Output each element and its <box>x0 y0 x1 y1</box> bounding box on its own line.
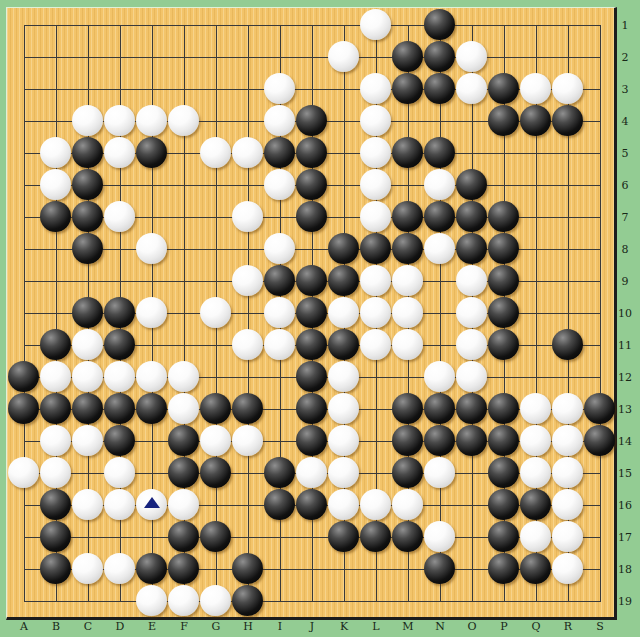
board-cell[interactable] <box>232 265 264 297</box>
board-cell[interactable] <box>584 393 616 425</box>
white-stone[interactable] <box>264 297 295 328</box>
black-stone[interactable] <box>488 105 519 136</box>
board-cell[interactable] <box>456 489 488 521</box>
board-cell[interactable] <box>424 41 456 73</box>
black-stone[interactable] <box>72 201 103 232</box>
black-stone[interactable] <box>488 521 519 552</box>
board-cell[interactable] <box>392 105 424 137</box>
board-cell[interactable] <box>264 489 296 521</box>
board-cell[interactable] <box>392 41 424 73</box>
board-cell[interactable] <box>232 41 264 73</box>
board-cell[interactable] <box>104 137 136 169</box>
board-cell[interactable] <box>136 457 168 489</box>
board-cell[interactable] <box>72 521 104 553</box>
board-cell[interactable] <box>488 521 520 553</box>
board-cell[interactable] <box>296 201 328 233</box>
black-stone[interactable] <box>424 137 455 168</box>
board-cell[interactable] <box>488 105 520 137</box>
board-cell[interactable] <box>8 169 40 201</box>
board-cell[interactable] <box>40 553 72 585</box>
board-cell[interactable] <box>328 297 360 329</box>
board-cell[interactable] <box>8 393 40 425</box>
board-cell[interactable] <box>456 585 488 617</box>
white-stone[interactable] <box>136 297 167 328</box>
white-stone[interactable] <box>104 105 135 136</box>
board-cell[interactable] <box>296 41 328 73</box>
board-cell[interactable] <box>72 297 104 329</box>
board-cell[interactable] <box>584 105 616 137</box>
board-cell[interactable] <box>40 329 72 361</box>
board-cell[interactable] <box>168 297 200 329</box>
board-cell[interactable] <box>264 457 296 489</box>
white-stone[interactable] <box>552 553 583 584</box>
board-cell[interactable] <box>360 393 392 425</box>
white-stone[interactable] <box>72 361 103 392</box>
board-cell[interactable] <box>584 73 616 105</box>
black-stone[interactable] <box>328 521 359 552</box>
board-cell[interactable] <box>392 553 424 585</box>
white-stone[interactable] <box>360 489 391 520</box>
white-stone[interactable] <box>456 41 487 72</box>
black-stone[interactable] <box>392 233 423 264</box>
black-stone[interactable] <box>520 105 551 136</box>
board-cell[interactable] <box>40 297 72 329</box>
board-cell[interactable] <box>584 521 616 553</box>
white-stone[interactable] <box>360 297 391 328</box>
black-stone[interactable] <box>200 521 231 552</box>
board-cell[interactable] <box>232 9 264 41</box>
board-cell[interactable] <box>200 425 232 457</box>
board-cell[interactable] <box>520 393 552 425</box>
board-cell[interactable] <box>104 489 136 521</box>
board-cell[interactable] <box>8 265 40 297</box>
black-stone[interactable] <box>168 521 199 552</box>
board-cell[interactable] <box>8 521 40 553</box>
black-stone[interactable] <box>488 553 519 584</box>
board-cell[interactable] <box>104 553 136 585</box>
black-stone[interactable] <box>8 393 39 424</box>
board-cell[interactable] <box>392 9 424 41</box>
white-stone[interactable] <box>136 233 167 264</box>
black-stone[interactable] <box>40 201 71 232</box>
black-stone[interactable] <box>392 521 423 552</box>
white-stone[interactable] <box>360 105 391 136</box>
board-cell[interactable] <box>264 9 296 41</box>
board-cell[interactable] <box>168 105 200 137</box>
white-stone[interactable] <box>424 169 455 200</box>
board-cell[interactable] <box>520 425 552 457</box>
black-stone[interactable] <box>392 41 423 72</box>
white-stone[interactable] <box>168 393 199 424</box>
board-cell[interactable] <box>456 265 488 297</box>
black-stone[interactable] <box>488 297 519 328</box>
board-cell[interactable] <box>40 169 72 201</box>
black-stone[interactable] <box>488 457 519 488</box>
board-cell[interactable] <box>520 169 552 201</box>
board-cell[interactable] <box>328 233 360 265</box>
board-cell[interactable] <box>72 169 104 201</box>
board-cell[interactable] <box>424 265 456 297</box>
black-stone[interactable] <box>424 425 455 456</box>
board-cell[interactable] <box>328 137 360 169</box>
board-cell[interactable] <box>40 9 72 41</box>
black-stone[interactable] <box>296 489 327 520</box>
board-cell[interactable] <box>360 73 392 105</box>
board-cell[interactable] <box>104 9 136 41</box>
black-stone[interactable] <box>328 329 359 360</box>
black-stone[interactable] <box>72 233 103 264</box>
board-cell[interactable] <box>296 297 328 329</box>
board-cell[interactable] <box>584 265 616 297</box>
white-stone[interactable] <box>328 425 359 456</box>
board-cell[interactable] <box>488 201 520 233</box>
black-stone[interactable] <box>488 489 519 520</box>
board-cell[interactable] <box>584 137 616 169</box>
board-cell[interactable] <box>424 329 456 361</box>
board-cell[interactable] <box>328 329 360 361</box>
board-cell[interactable] <box>520 265 552 297</box>
black-stone[interactable] <box>424 41 455 72</box>
board-cell[interactable] <box>328 9 360 41</box>
board-cell[interactable] <box>552 329 584 361</box>
board-cell[interactable] <box>488 265 520 297</box>
board-cell[interactable] <box>104 393 136 425</box>
board-cell[interactable] <box>232 233 264 265</box>
board-cell[interactable] <box>296 265 328 297</box>
board-cell[interactable] <box>232 329 264 361</box>
black-stone[interactable] <box>488 73 519 104</box>
board-cell[interactable] <box>392 297 424 329</box>
board-cell[interactable] <box>104 425 136 457</box>
black-stone[interactable] <box>296 297 327 328</box>
board-cell[interactable] <box>136 297 168 329</box>
board-cell[interactable] <box>104 265 136 297</box>
board-cell[interactable] <box>168 361 200 393</box>
board-cell[interactable] <box>296 105 328 137</box>
board-cell[interactable] <box>72 73 104 105</box>
black-stone[interactable] <box>104 425 135 456</box>
black-stone[interactable] <box>264 137 295 168</box>
black-stone[interactable] <box>392 425 423 456</box>
board-cell[interactable] <box>424 489 456 521</box>
white-stone[interactable] <box>232 265 263 296</box>
board-cell[interactable] <box>104 297 136 329</box>
board-cell[interactable] <box>488 137 520 169</box>
board-cell[interactable] <box>40 201 72 233</box>
board-cell[interactable] <box>456 297 488 329</box>
black-stone[interactable] <box>488 393 519 424</box>
white-stone[interactable] <box>424 361 455 392</box>
board-cell[interactable] <box>72 41 104 73</box>
black-stone[interactable] <box>72 297 103 328</box>
board-cell[interactable] <box>8 41 40 73</box>
board-cell[interactable] <box>360 489 392 521</box>
board-cell[interactable] <box>168 489 200 521</box>
board-cell[interactable] <box>488 393 520 425</box>
board-cell[interactable] <box>424 297 456 329</box>
board-cell[interactable] <box>72 585 104 617</box>
board-cell[interactable] <box>424 361 456 393</box>
board-cell[interactable] <box>584 201 616 233</box>
black-stone[interactable] <box>552 329 583 360</box>
black-stone[interactable] <box>392 73 423 104</box>
board-cell[interactable] <box>520 457 552 489</box>
board-cell[interactable] <box>488 233 520 265</box>
board-cell[interactable] <box>360 137 392 169</box>
board-cell[interactable] <box>232 169 264 201</box>
board-cell[interactable] <box>392 169 424 201</box>
white-stone[interactable] <box>200 585 231 616</box>
board-cell[interactable] <box>328 457 360 489</box>
white-stone[interactable] <box>264 73 295 104</box>
black-stone[interactable] <box>488 425 519 456</box>
board-cell[interactable] <box>360 265 392 297</box>
white-stone[interactable] <box>40 457 71 488</box>
board-cell[interactable] <box>200 521 232 553</box>
board-cell[interactable] <box>136 585 168 617</box>
board-cell[interactable] <box>424 137 456 169</box>
board-cell[interactable] <box>72 553 104 585</box>
board-cell[interactable] <box>136 553 168 585</box>
black-stone[interactable] <box>72 169 103 200</box>
white-stone[interactable] <box>72 105 103 136</box>
black-stone[interactable] <box>424 393 455 424</box>
board-cell[interactable] <box>264 297 296 329</box>
white-stone[interactable] <box>136 361 167 392</box>
board-cell[interactable] <box>8 329 40 361</box>
white-stone[interactable] <box>40 137 71 168</box>
board-cell[interactable] <box>136 425 168 457</box>
board-cell[interactable] <box>168 393 200 425</box>
board-cell[interactable] <box>392 265 424 297</box>
black-stone[interactable] <box>360 233 391 264</box>
black-stone[interactable] <box>520 489 551 520</box>
board-cell[interactable] <box>200 201 232 233</box>
white-stone[interactable] <box>136 585 167 616</box>
board-cell[interactable] <box>200 9 232 41</box>
board-cell[interactable] <box>584 329 616 361</box>
board-cell[interactable] <box>552 585 584 617</box>
board-cell[interactable] <box>456 425 488 457</box>
board-cell[interactable] <box>296 9 328 41</box>
board-cell[interactable] <box>136 9 168 41</box>
board-cell[interactable] <box>264 425 296 457</box>
black-stone[interactable] <box>296 361 327 392</box>
white-stone[interactable] <box>392 297 423 328</box>
black-stone[interactable] <box>40 489 71 520</box>
board-cell[interactable] <box>584 41 616 73</box>
board-cell[interactable] <box>520 201 552 233</box>
board-cell[interactable] <box>296 489 328 521</box>
black-stone[interactable] <box>168 553 199 584</box>
black-stone[interactable] <box>104 297 135 328</box>
white-stone[interactable] <box>552 393 583 424</box>
black-stone[interactable] <box>136 137 167 168</box>
board-cell[interactable] <box>232 73 264 105</box>
white-stone[interactable] <box>456 73 487 104</box>
white-stone[interactable] <box>104 137 135 168</box>
board-cell[interactable] <box>392 425 424 457</box>
board-cell[interactable] <box>520 73 552 105</box>
board-cell[interactable] <box>8 457 40 489</box>
board-cell[interactable] <box>456 553 488 585</box>
board-cell[interactable] <box>136 169 168 201</box>
board-cell[interactable] <box>296 553 328 585</box>
board-cell[interactable] <box>456 169 488 201</box>
board-cell[interactable] <box>296 233 328 265</box>
board-cell[interactable] <box>264 137 296 169</box>
board-cell[interactable] <box>520 521 552 553</box>
board-cell[interactable] <box>552 169 584 201</box>
white-stone[interactable] <box>200 137 231 168</box>
white-stone[interactable] <box>328 361 359 392</box>
black-stone[interactable] <box>40 393 71 424</box>
white-stone[interactable] <box>296 457 327 488</box>
white-stone[interactable] <box>360 73 391 104</box>
black-stone[interactable] <box>264 489 295 520</box>
board-cell[interactable] <box>360 425 392 457</box>
board-cell[interactable] <box>328 41 360 73</box>
white-stone[interactable] <box>520 457 551 488</box>
white-stone[interactable] <box>392 265 423 296</box>
board-cell[interactable] <box>296 137 328 169</box>
black-stone[interactable] <box>200 393 231 424</box>
black-stone[interactable] <box>424 73 455 104</box>
white-stone[interactable] <box>40 361 71 392</box>
board-cell[interactable] <box>200 73 232 105</box>
board-cell[interactable] <box>232 393 264 425</box>
board-cell[interactable] <box>584 425 616 457</box>
board-cell[interactable] <box>168 9 200 41</box>
white-stone[interactable] <box>72 329 103 360</box>
board-cell[interactable] <box>40 137 72 169</box>
white-stone[interactable] <box>200 425 231 456</box>
board-cell[interactable] <box>424 521 456 553</box>
board-cell[interactable] <box>424 9 456 41</box>
board-cell[interactable] <box>392 585 424 617</box>
board-cell[interactable] <box>136 41 168 73</box>
white-stone[interactable] <box>360 329 391 360</box>
board-cell[interactable] <box>40 425 72 457</box>
white-stone[interactable] <box>360 201 391 232</box>
white-stone[interactable] <box>104 201 135 232</box>
board-cell[interactable] <box>552 137 584 169</box>
white-stone[interactable] <box>168 105 199 136</box>
black-stone[interactable] <box>232 393 263 424</box>
board-cell[interactable] <box>264 201 296 233</box>
white-stone[interactable] <box>264 105 295 136</box>
board-cell[interactable] <box>488 73 520 105</box>
board-cell[interactable] <box>200 585 232 617</box>
black-stone[interactable] <box>360 521 391 552</box>
board-cell[interactable] <box>424 169 456 201</box>
black-stone[interactable] <box>424 9 455 40</box>
board-cell[interactable] <box>424 233 456 265</box>
white-stone[interactable] <box>264 233 295 264</box>
black-stone[interactable] <box>72 393 103 424</box>
white-stone[interactable] <box>200 297 231 328</box>
board-cell[interactable] <box>520 233 552 265</box>
white-stone[interactable] <box>552 521 583 552</box>
board-cell[interactable] <box>104 41 136 73</box>
board-cell[interactable] <box>104 457 136 489</box>
board-cell[interactable] <box>488 297 520 329</box>
board-cell[interactable] <box>520 553 552 585</box>
board-cell[interactable] <box>40 521 72 553</box>
board-cell[interactable] <box>232 201 264 233</box>
board-cell[interactable] <box>168 425 200 457</box>
board-cell[interactable] <box>488 361 520 393</box>
board-cell[interactable] <box>168 41 200 73</box>
board-cell[interactable] <box>40 265 72 297</box>
board-cell[interactable] <box>136 393 168 425</box>
white-stone[interactable] <box>104 361 135 392</box>
board-cell[interactable] <box>232 489 264 521</box>
board-cell[interactable] <box>392 457 424 489</box>
board-cell[interactable] <box>392 201 424 233</box>
black-stone[interactable] <box>488 265 519 296</box>
board-cell[interactable] <box>168 137 200 169</box>
black-stone[interactable] <box>456 169 487 200</box>
black-stone[interactable] <box>296 265 327 296</box>
black-stone[interactable] <box>296 169 327 200</box>
white-stone[interactable] <box>136 105 167 136</box>
board-cell[interactable] <box>264 169 296 201</box>
board-cell[interactable] <box>232 457 264 489</box>
board-cell[interactable] <box>392 393 424 425</box>
board-cell[interactable] <box>104 585 136 617</box>
board-cell[interactable] <box>168 201 200 233</box>
board-cell[interactable] <box>8 105 40 137</box>
black-stone[interactable] <box>520 553 551 584</box>
board-cell[interactable] <box>456 457 488 489</box>
white-stone[interactable] <box>392 489 423 520</box>
board-cell[interactable] <box>168 169 200 201</box>
white-stone[interactable] <box>72 425 103 456</box>
board-cell[interactable] <box>520 361 552 393</box>
board-cell[interactable] <box>72 361 104 393</box>
board-cell[interactable] <box>456 73 488 105</box>
board-cell[interactable] <box>72 489 104 521</box>
board-cell[interactable] <box>328 553 360 585</box>
board-cell[interactable] <box>136 329 168 361</box>
black-stone[interactable] <box>296 425 327 456</box>
board-cell[interactable] <box>488 457 520 489</box>
board-cell[interactable] <box>360 297 392 329</box>
board-cell[interactable] <box>232 585 264 617</box>
board-cell[interactable] <box>264 105 296 137</box>
board-cell[interactable] <box>296 585 328 617</box>
white-stone[interactable] <box>520 393 551 424</box>
board-cell[interactable] <box>392 73 424 105</box>
board-cell[interactable] <box>584 297 616 329</box>
white-stone[interactable] <box>8 457 39 488</box>
board-cell[interactable] <box>72 457 104 489</box>
board-cell[interactable] <box>264 73 296 105</box>
board-cell[interactable] <box>232 553 264 585</box>
board-cell[interactable] <box>392 521 424 553</box>
board-cell[interactable] <box>584 361 616 393</box>
board-cell[interactable] <box>328 169 360 201</box>
board-cell[interactable] <box>200 297 232 329</box>
board-cell[interactable] <box>200 233 232 265</box>
board-cell[interactable] <box>264 361 296 393</box>
board-cell[interactable] <box>72 201 104 233</box>
board-cell[interactable] <box>328 73 360 105</box>
black-stone[interactable] <box>488 329 519 360</box>
board-cell[interactable] <box>264 521 296 553</box>
white-stone[interactable] <box>552 425 583 456</box>
